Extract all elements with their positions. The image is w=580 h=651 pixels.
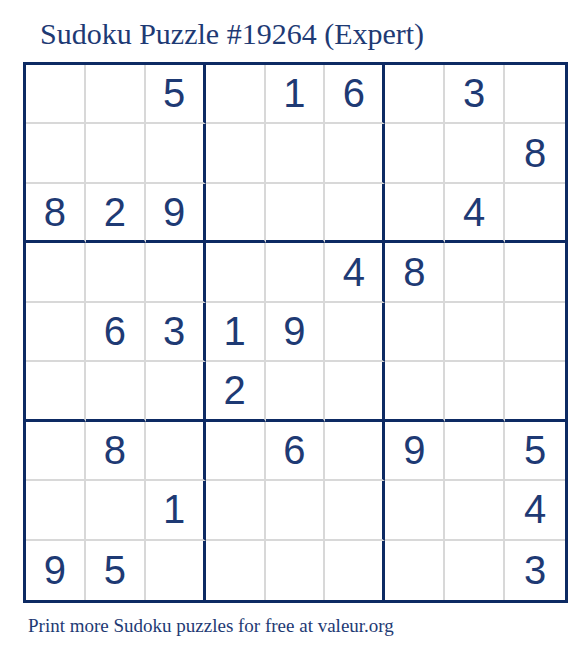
cell-r6c7 — [385, 362, 445, 421]
cell-r2c7 — [385, 124, 445, 183]
footer-text: Print more Sudoku puzzles for free at va… — [28, 615, 394, 637]
cell-r3c9 — [505, 184, 565, 243]
cell-r1c2 — [86, 65, 146, 124]
cell-r5c1 — [26, 303, 86, 362]
cell-r8c5 — [266, 481, 326, 540]
cell-r1c8: 3 — [445, 65, 505, 124]
cell-r6c8 — [445, 362, 505, 421]
cell-r9c2: 5 — [86, 541, 146, 600]
cell-r8c2 — [86, 481, 146, 540]
cell-r5c3: 3 — [146, 303, 206, 362]
cell-r4c7: 8 — [385, 243, 445, 302]
cell-r6c1 — [26, 362, 86, 421]
cell-r7c9: 5 — [505, 422, 565, 481]
page-title: Sudoku Puzzle #19264 (Expert) — [40, 17, 424, 52]
cell-r4c4 — [206, 243, 266, 302]
cell-r7c8 — [445, 422, 505, 481]
cell-r1c3: 5 — [146, 65, 206, 124]
cell-r3c7 — [385, 184, 445, 243]
cell-r2c3 — [146, 124, 206, 183]
cell-r9c7 — [385, 541, 445, 600]
cell-r6c4: 2 — [206, 362, 266, 421]
cell-r1c5: 1 — [266, 65, 326, 124]
cell-r2c1 — [26, 124, 86, 183]
cell-r1c4 — [206, 65, 266, 124]
cell-r7c2: 8 — [86, 422, 146, 481]
cell-r3c2: 2 — [86, 184, 146, 243]
cell-r7c6 — [325, 422, 385, 481]
cell-r8c4 — [206, 481, 266, 540]
cell-r3c8: 4 — [445, 184, 505, 243]
cell-r7c5: 6 — [266, 422, 326, 481]
cell-r1c7 — [385, 65, 445, 124]
cell-r8c7 — [385, 481, 445, 540]
cell-r1c9 — [505, 65, 565, 124]
cell-r6c9 — [505, 362, 565, 421]
cell-r2c2 — [86, 124, 146, 183]
cell-r5c9 — [505, 303, 565, 362]
cell-r9c6 — [325, 541, 385, 600]
cell-r9c3 — [146, 541, 206, 600]
cell-r2c8 — [445, 124, 505, 183]
cell-r7c7: 9 — [385, 422, 445, 481]
sudoku-board: 5163882944863192869514953 — [23, 62, 568, 603]
cell-r2c6 — [325, 124, 385, 183]
cell-r2c4 — [206, 124, 266, 183]
cell-r5c6 — [325, 303, 385, 362]
cell-r8c6 — [325, 481, 385, 540]
cell-r7c4 — [206, 422, 266, 481]
cell-r4c9 — [505, 243, 565, 302]
cell-r5c5: 9 — [266, 303, 326, 362]
cell-r1c6: 6 — [325, 65, 385, 124]
cell-r3c3: 9 — [146, 184, 206, 243]
cell-r9c5 — [266, 541, 326, 600]
cell-r8c3: 1 — [146, 481, 206, 540]
cell-r5c8 — [445, 303, 505, 362]
cell-r3c5 — [266, 184, 326, 243]
cell-r4c5 — [266, 243, 326, 302]
cell-r4c2 — [86, 243, 146, 302]
cell-r8c8 — [445, 481, 505, 540]
cell-r7c3 — [146, 422, 206, 481]
cell-r5c4: 1 — [206, 303, 266, 362]
cell-r3c1: 8 — [26, 184, 86, 243]
cell-r1c1 — [26, 65, 86, 124]
cell-r9c4 — [206, 541, 266, 600]
cell-r6c3 — [146, 362, 206, 421]
cell-r6c5 — [266, 362, 326, 421]
cell-r4c1 — [26, 243, 86, 302]
cell-r6c2 — [86, 362, 146, 421]
cell-r5c7 — [385, 303, 445, 362]
cell-r9c1: 9 — [26, 541, 86, 600]
cell-r8c1 — [26, 481, 86, 540]
cell-r3c4 — [206, 184, 266, 243]
cell-r3c6 — [325, 184, 385, 243]
cell-r5c2: 6 — [86, 303, 146, 362]
cell-r9c8 — [445, 541, 505, 600]
cell-r6c6 — [325, 362, 385, 421]
cell-r2c9: 8 — [505, 124, 565, 183]
cell-r4c6: 4 — [325, 243, 385, 302]
cell-r4c3 — [146, 243, 206, 302]
cell-r4c8 — [445, 243, 505, 302]
cell-r7c1 — [26, 422, 86, 481]
cell-r9c9: 3 — [505, 541, 565, 600]
cell-r2c5 — [266, 124, 326, 183]
cell-r8c9: 4 — [505, 481, 565, 540]
